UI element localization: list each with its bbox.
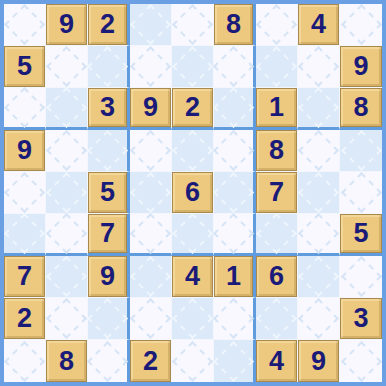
diamond-pattern-icon [298, 213, 339, 254]
diamond-pattern-icon [298, 130, 339, 171]
cell-r7c3: 9 [88, 256, 130, 298]
cell-r9c8: 9 [298, 340, 340, 382]
diamond-pattern-icon [130, 4, 171, 45]
diamond-pattern-icon [46, 172, 87, 213]
cell-r1c9[interactable] [340, 4, 382, 46]
cell-r5c9[interactable] [340, 172, 382, 214]
cell-r6c8[interactable] [298, 214, 340, 256]
cell-r4c9[interactable] [340, 130, 382, 172]
cell-r8c7[interactable] [256, 298, 298, 340]
diamond-pattern-icon [130, 298, 171, 339]
cell-r1c6: 8 [214, 4, 256, 46]
diamond-pattern-icon [213, 340, 254, 381]
sudoku-board: 92845939218985677579416238249 [0, 0, 386, 386]
cell-r6c7[interactable] [256, 214, 298, 256]
diamond-pattern-icon [172, 298, 213, 339]
cell-r9c6[interactable] [214, 340, 256, 382]
cell-r5c1[interactable] [4, 172, 46, 214]
cell-r5c6[interactable] [214, 172, 256, 214]
cell-r3c1[interactable] [4, 88, 46, 130]
cell-r4c5[interactable] [172, 130, 214, 172]
cell-r2c3[interactable] [88, 46, 130, 88]
cell-r1c1[interactable] [4, 4, 46, 46]
diamond-pattern-icon [4, 87, 45, 128]
diamond-pattern-icon [46, 256, 87, 297]
diamond-pattern-icon [256, 4, 297, 45]
cell-r9c2: 8 [46, 340, 88, 382]
cell-r6c5[interactable] [172, 214, 214, 256]
cell-r2c9: 9 [340, 46, 382, 88]
cell-r8c3[interactable] [88, 298, 130, 340]
diamond-pattern-icon [298, 298, 339, 339]
diamond-pattern-icon [213, 298, 254, 339]
cell-r3c6[interactable] [214, 88, 256, 130]
diamond-pattern-icon [340, 256, 381, 297]
diamond-pattern-icon [172, 213, 213, 254]
cell-r7c8[interactable] [298, 256, 340, 298]
cell-r7c9[interactable] [340, 256, 382, 298]
diamond-pattern-icon [130, 46, 171, 87]
cell-r9c9[interactable] [340, 340, 382, 382]
cell-r5c5: 6 [172, 172, 214, 214]
cell-r9c4: 2 [130, 340, 172, 382]
diamond-pattern-icon [4, 172, 45, 213]
diamond-pattern-icon [87, 340, 128, 381]
cell-r8c4[interactable] [130, 298, 172, 340]
cell-r3c5: 2 [172, 88, 214, 130]
cell-r1c8: 4 [298, 4, 340, 46]
diamond-pattern-icon [298, 87, 339, 128]
diamond-pattern-icon [340, 130, 381, 171]
cell-r1c7[interactable] [256, 4, 298, 46]
cell-r2c4[interactable] [130, 46, 172, 88]
cell-r4c1: 9 [4, 130, 46, 172]
cell-r2c5[interactable] [172, 46, 214, 88]
diamond-pattern-icon [46, 87, 87, 128]
cell-r5c2[interactable] [46, 172, 88, 214]
diamond-pattern-icon [172, 4, 213, 45]
diamond-pattern-icon [172, 340, 213, 381]
diamond-pattern-icon [130, 256, 171, 297]
diamond-pattern-icon [213, 130, 254, 171]
diamond-pattern-icon [213, 172, 254, 213]
diamond-pattern-icon [4, 4, 45, 45]
cell-r3c9: 8 [340, 88, 382, 130]
cell-r3c8[interactable] [298, 88, 340, 130]
diamond-pattern-icon [130, 213, 171, 254]
diamond-pattern-icon [340, 4, 381, 45]
cell-r9c7: 4 [256, 340, 298, 382]
cell-r7c4[interactable] [130, 256, 172, 298]
cell-r6c3: 7 [88, 214, 130, 256]
diamond-pattern-icon [256, 213, 297, 254]
cell-r4c2[interactable] [46, 130, 88, 172]
cell-r8c9: 3 [340, 298, 382, 340]
diamond-pattern-icon [213, 46, 254, 87]
cell-r4c6[interactable] [214, 130, 256, 172]
cell-r9c3[interactable] [88, 340, 130, 382]
cell-r8c5[interactable] [172, 298, 214, 340]
cell-r6c1[interactable] [4, 214, 46, 256]
cell-r6c4[interactable] [130, 214, 172, 256]
cell-r2c7[interactable] [256, 46, 298, 88]
sudoku-board-wrap: 92845939218985677579416238249 [0, 0, 386, 386]
cell-r5c4[interactable] [130, 172, 172, 214]
cell-r2c2[interactable] [46, 46, 88, 88]
diamond-pattern-icon [340, 172, 381, 213]
diamond-pattern-icon [172, 46, 213, 87]
cell-r4c3[interactable] [88, 130, 130, 172]
diamond-pattern-icon [46, 213, 87, 254]
cell-r8c6[interactable] [214, 298, 256, 340]
cell-r2c8[interactable] [298, 46, 340, 88]
diamond-pattern-icon [256, 298, 297, 339]
diamond-pattern-icon [4, 213, 45, 254]
cell-r8c1: 2 [4, 298, 46, 340]
diamond-pattern-icon [256, 46, 297, 87]
cell-r1c3: 2 [88, 4, 130, 46]
cell-r7c5: 4 [172, 256, 214, 298]
diamond-pattern-icon [4, 340, 45, 381]
cell-r4c4[interactable] [130, 130, 172, 172]
diamond-pattern-icon [87, 130, 128, 171]
cell-r8c2[interactable] [46, 298, 88, 340]
diamond-pattern-icon [213, 87, 254, 128]
cell-r4c7: 8 [256, 130, 298, 172]
cell-r2c1: 5 [4, 46, 46, 88]
diamond-pattern-icon [298, 46, 339, 87]
cell-r6c9: 5 [340, 214, 382, 256]
cell-r3c7: 1 [256, 88, 298, 130]
cell-r7c1: 7 [4, 256, 46, 298]
diamond-pattern-icon [213, 213, 254, 254]
cell-r5c7: 7 [256, 172, 298, 214]
diamond-pattern-icon [46, 46, 87, 87]
diamond-pattern-icon [130, 172, 171, 213]
cell-r3c2[interactable] [46, 88, 88, 130]
diamond-pattern-icon [130, 130, 171, 171]
cell-r7c6: 1 [214, 256, 256, 298]
diamond-pattern-icon [87, 298, 128, 339]
diamond-pattern-icon [87, 46, 128, 87]
diamond-pattern-icon [172, 130, 213, 171]
cell-r1c4[interactable] [130, 4, 172, 46]
cell-r3c4: 9 [130, 88, 172, 130]
cell-r5c8[interactable] [298, 172, 340, 214]
cell-r8c8[interactable] [298, 298, 340, 340]
cell-r9c5[interactable] [172, 340, 214, 382]
cell-r9c1[interactable] [4, 340, 46, 382]
cell-r1c5[interactable] [172, 4, 214, 46]
diamond-pattern-icon [340, 340, 381, 381]
diamond-pattern-icon [298, 256, 339, 297]
cell-r7c7: 6 [256, 256, 298, 298]
cell-r2c6[interactable] [214, 46, 256, 88]
cell-r7c2[interactable] [46, 256, 88, 298]
diamond-pattern-icon [46, 130, 87, 171]
cell-r4c8[interactable] [298, 130, 340, 172]
cell-r3c3: 3 [88, 88, 130, 130]
cell-r6c6[interactable] [214, 214, 256, 256]
cell-r1c2: 9 [46, 4, 88, 46]
cell-r5c3: 5 [88, 172, 130, 214]
diamond-pattern-icon [298, 172, 339, 213]
cell-r6c2[interactable] [46, 214, 88, 256]
diamond-pattern-icon [46, 298, 87, 339]
